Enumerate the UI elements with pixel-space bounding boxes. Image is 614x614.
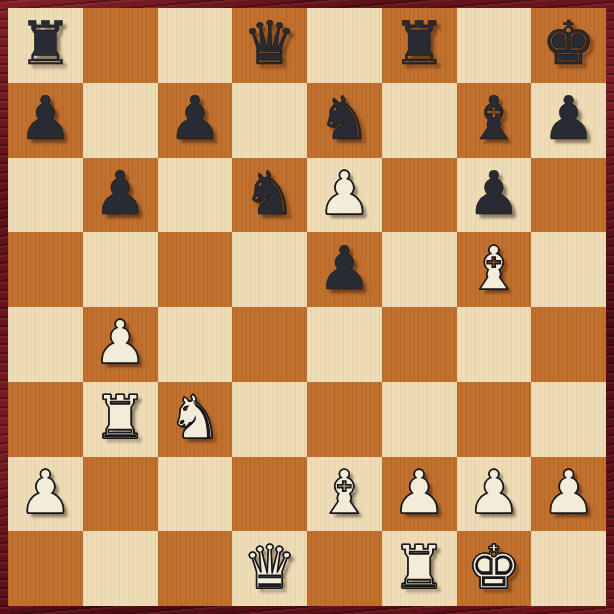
square-a3[interactable] [8, 382, 83, 457]
square-b2[interactable] [83, 457, 158, 532]
square-c2[interactable] [158, 457, 233, 532]
piece-black-pawn[interactable]: ♟ [93, 163, 147, 223]
piece-black-knight[interactable]: ♞ [317, 88, 371, 148]
square-e2[interactable]: ♝ [307, 457, 382, 532]
square-g4[interactable] [457, 307, 532, 382]
piece-black-rook[interactable]: ♜ [18, 13, 72, 73]
square-e7[interactable]: ♞ [307, 83, 382, 158]
square-c1[interactable] [158, 531, 233, 606]
square-f5[interactable] [382, 232, 457, 307]
piece-white-pawn[interactable]: ♟ [467, 462, 521, 522]
square-f8[interactable]: ♜ [382, 8, 457, 83]
square-f3[interactable] [382, 382, 457, 457]
square-h7[interactable]: ♟ [531, 83, 606, 158]
piece-black-rook[interactable]: ♜ [392, 13, 446, 73]
square-h5[interactable] [531, 232, 606, 307]
piece-white-bishop[interactable]: ♝ [317, 462, 371, 522]
square-a1[interactable] [8, 531, 83, 606]
piece-white-pawn[interactable]: ♟ [392, 462, 446, 522]
square-a8[interactable]: ♜ [8, 8, 83, 83]
square-h2[interactable]: ♟ [531, 457, 606, 532]
piece-black-pawn[interactable]: ♟ [467, 163, 521, 223]
square-b3[interactable]: ♜ [83, 382, 158, 457]
square-d6[interactable]: ♞ [232, 158, 307, 233]
square-b8[interactable] [83, 8, 158, 83]
piece-white-king[interactable]: ♚ [467, 537, 521, 597]
piece-black-knight[interactable]: ♞ [243, 163, 297, 223]
square-e6[interactable]: ♟ [307, 158, 382, 233]
piece-white-knight[interactable]: ♞ [168, 387, 222, 447]
piece-black-pawn[interactable]: ♟ [542, 88, 596, 148]
piece-black-pawn[interactable]: ♟ [168, 88, 222, 148]
square-b7[interactable] [83, 83, 158, 158]
square-h3[interactable] [531, 382, 606, 457]
square-a4[interactable] [8, 307, 83, 382]
square-h8[interactable]: ♚ [531, 8, 606, 83]
piece-black-pawn[interactable]: ♟ [317, 238, 371, 298]
square-c4[interactable] [158, 307, 233, 382]
piece-white-pawn[interactable]: ♟ [93, 312, 147, 372]
square-b4[interactable]: ♟ [83, 307, 158, 382]
square-d8[interactable]: ♛ [232, 8, 307, 83]
square-c7[interactable]: ♟ [158, 83, 233, 158]
piece-white-bishop[interactable]: ♝ [467, 238, 521, 298]
piece-white-queen[interactable]: ♛ [243, 537, 297, 597]
square-d3[interactable] [232, 382, 307, 457]
square-h1[interactable] [531, 531, 606, 606]
square-e8[interactable] [307, 8, 382, 83]
piece-white-pawn[interactable]: ♟ [18, 462, 72, 522]
square-f6[interactable] [382, 158, 457, 233]
square-e3[interactable] [307, 382, 382, 457]
square-c3[interactable]: ♞ [158, 382, 233, 457]
square-e1[interactable] [307, 531, 382, 606]
square-d7[interactable] [232, 83, 307, 158]
square-c5[interactable] [158, 232, 233, 307]
piece-white-pawn[interactable]: ♟ [542, 462, 596, 522]
square-f4[interactable] [382, 307, 457, 382]
square-f2[interactable]: ♟ [382, 457, 457, 532]
piece-black-king[interactable]: ♚ [542, 13, 596, 73]
piece-white-pawn[interactable]: ♟ [317, 163, 371, 223]
square-f1[interactable]: ♜ [382, 531, 457, 606]
square-e4[interactable] [307, 307, 382, 382]
square-c8[interactable] [158, 8, 233, 83]
square-d1[interactable]: ♛ [232, 531, 307, 606]
square-d2[interactable] [232, 457, 307, 532]
square-a7[interactable]: ♟ [8, 83, 83, 158]
square-b6[interactable]: ♟ [83, 158, 158, 233]
square-a5[interactable] [8, 232, 83, 307]
square-g2[interactable]: ♟ [457, 457, 532, 532]
piece-black-pawn[interactable]: ♟ [18, 88, 72, 148]
square-b5[interactable] [83, 232, 158, 307]
chess-board-frame: ♜♛♜♚♟♟♞♝♟♟♞♟♟♟♝♟♜♞♟♝♟♟♟♛♜♚ [0, 0, 614, 614]
square-g7[interactable]: ♝ [457, 83, 532, 158]
square-a6[interactable] [8, 158, 83, 233]
square-g5[interactable]: ♝ [457, 232, 532, 307]
square-a2[interactable]: ♟ [8, 457, 83, 532]
square-b1[interactable] [83, 531, 158, 606]
square-f7[interactable] [382, 83, 457, 158]
square-d4[interactable] [232, 307, 307, 382]
square-d5[interactable] [232, 232, 307, 307]
square-g6[interactable]: ♟ [457, 158, 532, 233]
square-g1[interactable]: ♚ [457, 531, 532, 606]
square-g8[interactable] [457, 8, 532, 83]
piece-black-queen[interactable]: ♛ [243, 13, 297, 73]
piece-white-rook[interactable]: ♜ [392, 537, 446, 597]
chess-board: ♜♛♜♚♟♟♞♝♟♟♞♟♟♟♝♟♜♞♟♝♟♟♟♛♜♚ [8, 8, 606, 606]
square-h6[interactable] [531, 158, 606, 233]
piece-black-bishop[interactable]: ♝ [467, 88, 521, 148]
square-h4[interactable] [531, 307, 606, 382]
piece-white-rook[interactable]: ♜ [93, 387, 147, 447]
square-g3[interactable] [457, 382, 532, 457]
square-c6[interactable] [158, 158, 233, 233]
square-e5[interactable]: ♟ [307, 232, 382, 307]
